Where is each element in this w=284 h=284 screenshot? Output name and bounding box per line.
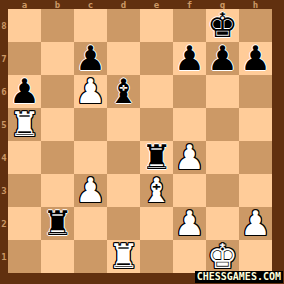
- piece-white-pawn: ♟: [75, 75, 105, 108]
- piece-black-pawn: ♟: [207, 42, 237, 75]
- square-a6[interactable]: ♟: [8, 75, 41, 108]
- square-a1[interactable]: [8, 240, 41, 273]
- square-d6[interactable]: ♝: [107, 75, 140, 108]
- square-e4[interactable]: ♜: [140, 141, 173, 174]
- square-g5[interactable]: [206, 108, 239, 141]
- piece-black-pawn: ♟: [240, 42, 270, 75]
- piece-black-pawn: ♟: [75, 42, 105, 75]
- square-e3[interactable]: ♝: [140, 174, 173, 207]
- square-g7[interactable]: ♟: [206, 42, 239, 75]
- piece-white-pawn: ♟: [75, 174, 105, 207]
- square-g4[interactable]: [206, 141, 239, 174]
- branding-label: CHESSGAMES.COM: [195, 271, 283, 283]
- square-c1[interactable]: [74, 240, 107, 273]
- square-e6[interactable]: [140, 75, 173, 108]
- square-d4[interactable]: [107, 141, 140, 174]
- square-h2[interactable]: ♟: [239, 207, 272, 240]
- square-b5[interactable]: [41, 108, 74, 141]
- square-a3[interactable]: [8, 174, 41, 207]
- chess-diagram: abcdefgh 87654321 ♚♟♟♟♟♟♟♝♜♜♟♟♝♜♟♟♜♚ CHE…: [0, 0, 284, 284]
- square-d1[interactable]: ♜: [107, 240, 140, 273]
- rank-label-5: 5: [0, 108, 8, 141]
- square-a4[interactable]: [8, 141, 41, 174]
- square-h7[interactable]: ♟: [239, 42, 272, 75]
- piece-white-pawn: ♟: [240, 207, 270, 240]
- chess-board: ♚♟♟♟♟♟♟♝♜♜♟♟♝♜♟♟♜♚: [8, 9, 272, 273]
- piece-black-rook: ♜: [42, 207, 72, 240]
- square-b2[interactable]: ♜: [41, 207, 74, 240]
- square-c7[interactable]: ♟: [74, 42, 107, 75]
- square-a8[interactable]: [8, 9, 41, 42]
- rank-label-7: 7: [0, 42, 8, 75]
- square-d7[interactable]: [107, 42, 140, 75]
- square-h3[interactable]: [239, 174, 272, 207]
- square-h6[interactable]: [239, 75, 272, 108]
- square-g6[interactable]: [206, 75, 239, 108]
- rank-label-3: 3: [0, 174, 8, 207]
- piece-black-king: ♚: [207, 9, 237, 42]
- piece-white-rook: ♜: [108, 240, 138, 273]
- square-h1[interactable]: [239, 240, 272, 273]
- piece-black-rook: ♜: [141, 141, 171, 174]
- square-e8[interactable]: [140, 9, 173, 42]
- square-a2[interactable]: [8, 207, 41, 240]
- square-b1[interactable]: [41, 240, 74, 273]
- square-f5[interactable]: [173, 108, 206, 141]
- file-labels: abcdefgh: [8, 0, 272, 9]
- square-c5[interactable]: [74, 108, 107, 141]
- square-b7[interactable]: [41, 42, 74, 75]
- square-c8[interactable]: [74, 9, 107, 42]
- rank-label-1: 1: [0, 240, 8, 273]
- square-g1[interactable]: ♚: [206, 240, 239, 273]
- square-d3[interactable]: [107, 174, 140, 207]
- square-e7[interactable]: [140, 42, 173, 75]
- rank-label-8: 8: [0, 9, 8, 42]
- rank-label-4: 4: [0, 141, 8, 174]
- square-b4[interactable]: [41, 141, 74, 174]
- square-f4[interactable]: ♟: [173, 141, 206, 174]
- square-d8[interactable]: [107, 9, 140, 42]
- square-c4[interactable]: [74, 141, 107, 174]
- rank-label-6: 6: [0, 75, 8, 108]
- square-e5[interactable]: [140, 108, 173, 141]
- square-g8[interactable]: ♚: [206, 9, 239, 42]
- square-g3[interactable]: [206, 174, 239, 207]
- piece-white-king: ♚: [207, 240, 237, 273]
- square-f2[interactable]: ♟: [173, 207, 206, 240]
- square-c2[interactable]: [74, 207, 107, 240]
- square-a5[interactable]: ♜: [8, 108, 41, 141]
- rank-label-2: 2: [0, 207, 8, 240]
- square-g2[interactable]: [206, 207, 239, 240]
- square-h4[interactable]: [239, 141, 272, 174]
- square-f6[interactable]: [173, 75, 206, 108]
- rank-labels: 87654321: [0, 9, 8, 273]
- square-h8[interactable]: [239, 9, 272, 42]
- square-d5[interactable]: [107, 108, 140, 141]
- piece-black-pawn: ♟: [9, 75, 39, 108]
- square-c6[interactable]: ♟: [74, 75, 107, 108]
- square-f3[interactable]: [173, 174, 206, 207]
- square-f7[interactable]: ♟: [173, 42, 206, 75]
- piece-white-pawn: ♟: [174, 207, 204, 240]
- square-e2[interactable]: [140, 207, 173, 240]
- square-b3[interactable]: [41, 174, 74, 207]
- piece-black-pawn: ♟: [174, 42, 204, 75]
- square-e1[interactable]: [140, 240, 173, 273]
- square-a7[interactable]: [8, 42, 41, 75]
- piece-white-rook: ♜: [9, 108, 39, 141]
- piece-white-bishop: ♝: [141, 174, 171, 207]
- piece-black-bishop: ♝: [108, 75, 138, 108]
- square-h5[interactable]: [239, 108, 272, 141]
- piece-white-pawn: ♟: [174, 141, 204, 174]
- square-d2[interactable]: [107, 207, 140, 240]
- square-f1[interactable]: [173, 240, 206, 273]
- square-f8[interactable]: [173, 9, 206, 42]
- square-c3[interactable]: ♟: [74, 174, 107, 207]
- square-b8[interactable]: [41, 9, 74, 42]
- square-b6[interactable]: [41, 75, 74, 108]
